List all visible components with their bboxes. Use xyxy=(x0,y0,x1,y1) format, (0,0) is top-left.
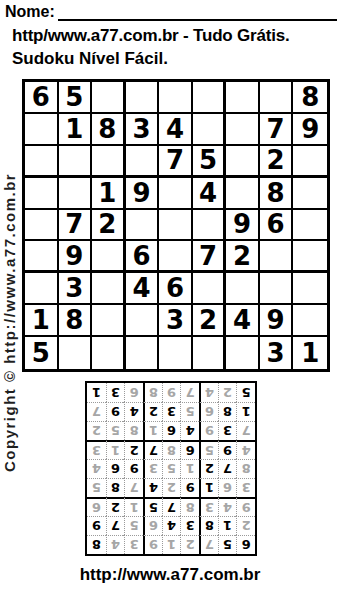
cell-r9c2[interactable] xyxy=(59,337,93,369)
solution-cell-r8c9: 7 xyxy=(87,402,106,421)
cell-r7c2: 3 xyxy=(59,273,93,305)
cell-r5c8: 6 xyxy=(260,210,294,242)
cell-r8c7: 4 xyxy=(226,305,260,337)
cell-r7c8[interactable] xyxy=(260,273,294,305)
solution-cell-r3c8: 2 xyxy=(106,497,125,516)
cell-r6c6: 7 xyxy=(193,241,227,273)
solution-cell-r5c4: 1 xyxy=(180,459,199,478)
cell-r1c4[interactable] xyxy=(126,82,160,114)
sudoku-solution-grid-rotated: 6572193482183465799438751263619247858721… xyxy=(85,381,257,556)
solution-cell-r2c8: 7 xyxy=(106,516,125,535)
solution-cell-r5c6: 3 xyxy=(143,459,162,478)
cell-r8c2: 8 xyxy=(59,305,93,337)
solution-cell-r2c3: 8 xyxy=(199,516,218,535)
solution-cell-r3c7: 1 xyxy=(124,497,143,516)
solution-cell-r2c2: 1 xyxy=(218,516,237,535)
cell-r4c6: 4 xyxy=(193,178,227,210)
cell-r9c7[interactable] xyxy=(226,337,260,369)
solution-cell-r6c3: 5 xyxy=(199,440,218,459)
cell-r5c1[interactable] xyxy=(25,210,59,242)
cell-r5c6[interactable] xyxy=(193,210,227,242)
solution-cell-r4c2: 6 xyxy=(218,478,237,497)
cell-r8c9[interactable] xyxy=(293,305,327,337)
solution-cell-r7c2: 3 xyxy=(218,421,237,440)
solution-cell-r8c5: 3 xyxy=(162,402,181,421)
solution-cell-r2c9: 9 xyxy=(87,516,106,535)
solution-cell-r3c9: 6 xyxy=(87,497,106,516)
cell-r8c6: 2 xyxy=(193,305,227,337)
cell-r2c2: 1 xyxy=(59,114,93,146)
cell-r4c5[interactable] xyxy=(159,178,193,210)
cell-r7c1[interactable] xyxy=(25,273,59,305)
name-label: Nome: xyxy=(5,3,55,21)
solution-cell-r4c9: 5 xyxy=(87,478,106,497)
solution-cell-r7c3: 9 xyxy=(199,421,218,440)
solution-cell-r6c6: 7 xyxy=(143,440,162,459)
cell-r1c1: 6 xyxy=(25,82,59,114)
solution-cell-r1c1: 6 xyxy=(236,535,255,554)
cell-r3c6: 5 xyxy=(193,146,227,178)
cell-r2c8: 7 xyxy=(260,114,294,146)
cell-r3c3[interactable] xyxy=(92,146,126,178)
solution-cell-r9c8: 3 xyxy=(106,383,125,402)
cell-r9c3[interactable] xyxy=(92,337,126,369)
cell-r8c1: 1 xyxy=(25,305,59,337)
cell-r4c4: 9 xyxy=(126,178,160,210)
cell-r7c9[interactable] xyxy=(293,273,327,305)
puzzle-title: Sudoku Nível Fácil. xyxy=(12,49,168,69)
solution-cell-r7c8: 5 xyxy=(106,421,125,440)
cell-r3c1[interactable] xyxy=(25,146,59,178)
cell-r3c8: 2 xyxy=(260,146,294,178)
cell-r4c1[interactable] xyxy=(25,178,59,210)
solution-cell-r9c2: 2 xyxy=(218,383,237,402)
cell-r3c9[interactable] xyxy=(293,146,327,178)
solution-cell-r7c4: 4 xyxy=(180,421,199,440)
solution-cell-r6c8: 1 xyxy=(106,440,125,459)
cell-r6c7: 2 xyxy=(226,241,260,273)
cell-r8c4[interactable] xyxy=(126,305,160,337)
solution-cell-r5c3: 2 xyxy=(199,459,218,478)
cell-r8c3[interactable] xyxy=(92,305,126,337)
solution-cell-r9c9: 1 xyxy=(87,383,106,402)
cell-r7c6[interactable] xyxy=(193,273,227,305)
cell-r3c5: 7 xyxy=(159,146,193,178)
cell-r7c4: 4 xyxy=(126,273,160,305)
solution-cell-r9c3: 4 xyxy=(199,383,218,402)
cell-r7c3[interactable] xyxy=(92,273,126,305)
cell-r8c8: 9 xyxy=(260,305,294,337)
cell-r6c2: 9 xyxy=(59,241,93,273)
solution-cell-r3c6: 5 xyxy=(143,497,162,516)
solution-cell-r6c1: 4 xyxy=(236,440,255,459)
cell-r1c9: 8 xyxy=(293,82,327,114)
solution-cell-r3c1: 9 xyxy=(236,497,255,516)
cell-r9c5[interactable] xyxy=(159,337,193,369)
solution-cell-r1c4: 2 xyxy=(180,535,199,554)
solution-cell-r2c4: 3 xyxy=(180,516,199,535)
cell-r2c1[interactable] xyxy=(25,114,59,146)
solution-cell-r6c7: 2 xyxy=(124,440,143,459)
solution-cell-r7c5: 6 xyxy=(162,421,181,440)
cell-r2c4: 3 xyxy=(126,114,160,146)
solution-cell-r2c1: 2 xyxy=(236,516,255,535)
cell-r5c9[interactable] xyxy=(293,210,327,242)
cell-r1c8[interactable] xyxy=(260,82,294,114)
solution-cell-r1c9: 8 xyxy=(87,535,106,554)
cell-r4c7[interactable] xyxy=(226,178,260,210)
solution-cell-r2c7: 5 xyxy=(124,516,143,535)
cell-r3c7[interactable] xyxy=(226,146,260,178)
solution-cell-r6c2: 9 xyxy=(218,440,237,459)
solution-cell-r1c6: 9 xyxy=(143,535,162,554)
cell-r1c2: 5 xyxy=(59,82,93,114)
solution-cell-r8c7: 4 xyxy=(124,402,143,421)
solution-cell-r4c1: 3 xyxy=(236,478,255,497)
cell-r1c7[interactable] xyxy=(226,82,260,114)
cell-r6c1[interactable] xyxy=(25,241,59,273)
solution-cell-r9c5: 9 xyxy=(162,383,181,402)
solution-cell-r8c8: 9 xyxy=(106,402,125,421)
solution-cell-r5c1: 8 xyxy=(236,459,255,478)
solution-cell-r3c2: 4 xyxy=(218,497,237,516)
solution-cell-r8c2: 8 xyxy=(218,402,237,421)
solution-cell-r8c6: 2 xyxy=(143,402,162,421)
solution-cell-r4c7: 7 xyxy=(124,478,143,497)
cell-r5c7: 9 xyxy=(226,210,260,242)
name-blank-line xyxy=(58,19,337,21)
solution-cell-r3c5: 7 xyxy=(162,497,181,516)
solution-cell-r7c9: 2 xyxy=(87,421,106,440)
site-header-text: http/www.a77.com.br - Tudo Grátis. xyxy=(12,26,290,46)
solution-cell-r9c4: 7 xyxy=(180,383,199,402)
solution-cell-r4c6: 4 xyxy=(143,478,162,497)
cell-r9c1: 5 xyxy=(25,337,59,369)
cell-r9c9: 1 xyxy=(293,337,327,369)
solution-cell-r5c9: 4 xyxy=(87,459,106,478)
solution-cell-r1c5: 1 xyxy=(162,535,181,554)
cell-r5c4[interactable] xyxy=(126,210,160,242)
solution-cell-r6c5: 8 xyxy=(162,440,181,459)
cell-r2c7[interactable] xyxy=(226,114,260,146)
cell-r6c9[interactable] xyxy=(293,241,327,273)
solution-cell-r1c7: 3 xyxy=(124,535,143,554)
solution-cell-r5c2: 7 xyxy=(218,459,237,478)
cell-r8c5: 3 xyxy=(159,305,193,337)
solution-cell-r6c9: 3 xyxy=(87,440,106,459)
solution-cell-r8c3: 6 xyxy=(199,402,218,421)
cell-r1c6[interactable] xyxy=(193,82,227,114)
cell-r9c8: 3 xyxy=(260,337,294,369)
cell-r2c6[interactable] xyxy=(193,114,227,146)
solution-cell-r4c4: 9 xyxy=(180,478,199,497)
cell-r9c6[interactable] xyxy=(193,337,227,369)
solution-cell-r8c1: 1 xyxy=(236,402,255,421)
solution-cell-r4c5: 2 xyxy=(162,478,181,497)
solution-cell-r5c7: 9 xyxy=(124,459,143,478)
cell-r1c5[interactable] xyxy=(159,82,193,114)
solution-cell-r1c8: 4 xyxy=(106,535,125,554)
cell-r1c3[interactable] xyxy=(92,82,126,114)
solution-cell-r7c6: 1 xyxy=(143,421,162,440)
cell-r4c8: 8 xyxy=(260,178,294,210)
solution-cell-r2c5: 4 xyxy=(162,516,181,535)
solution-cell-r9c6: 8 xyxy=(143,383,162,402)
solution-cell-r9c7: 6 xyxy=(124,383,143,402)
cell-r9c4[interactable] xyxy=(126,337,160,369)
cell-r7c5: 6 xyxy=(159,273,193,305)
solution-cell-r7c1: 7 xyxy=(236,421,255,440)
footer-url: http://www.a77.com.br xyxy=(0,565,340,585)
cell-r6c3[interactable] xyxy=(92,241,126,273)
cell-r5c2: 7 xyxy=(59,210,93,242)
cell-r6c8[interactable] xyxy=(260,241,294,273)
solution-cell-r5c5: 5 xyxy=(162,459,181,478)
cell-r2c5: 4 xyxy=(159,114,193,146)
sudoku-puzzle-grid: 658183479752194872969672346183249531 xyxy=(22,79,330,372)
cell-r4c3: 1 xyxy=(92,178,126,210)
solution-cell-r4c8: 8 xyxy=(106,478,125,497)
cell-r5c5[interactable] xyxy=(159,210,193,242)
cell-r6c5[interactable] xyxy=(159,241,193,273)
copyright-vertical-text: Copyright © http://www.a77.com.br xyxy=(1,173,18,472)
solution-cell-r2c6: 6 xyxy=(143,516,162,535)
solution-cell-r7c7: 8 xyxy=(124,421,143,440)
cell-r5c3: 2 xyxy=(92,210,126,242)
solution-cell-r3c3: 3 xyxy=(199,497,218,516)
solution-cell-r3c4: 8 xyxy=(180,497,199,516)
solution-cell-r1c2: 5 xyxy=(218,535,237,554)
solution-cell-r1c3: 7 xyxy=(199,535,218,554)
cell-r4c9[interactable] xyxy=(293,178,327,210)
solution-cell-r9c1: 5 xyxy=(236,383,255,402)
solution-cell-r4c3: 1 xyxy=(199,478,218,497)
cell-r3c2[interactable] xyxy=(59,146,93,178)
cell-r2c3: 8 xyxy=(92,114,126,146)
cell-r3c4[interactable] xyxy=(126,146,160,178)
cell-r7c7[interactable] xyxy=(226,273,260,305)
cell-r6c4: 6 xyxy=(126,241,160,273)
cell-r2c9: 9 xyxy=(293,114,327,146)
cell-r4c2[interactable] xyxy=(59,178,93,210)
solution-cell-r8c4: 5 xyxy=(180,402,199,421)
solution-cell-r6c4: 6 xyxy=(180,440,199,459)
solution-cell-r5c8: 6 xyxy=(106,459,125,478)
